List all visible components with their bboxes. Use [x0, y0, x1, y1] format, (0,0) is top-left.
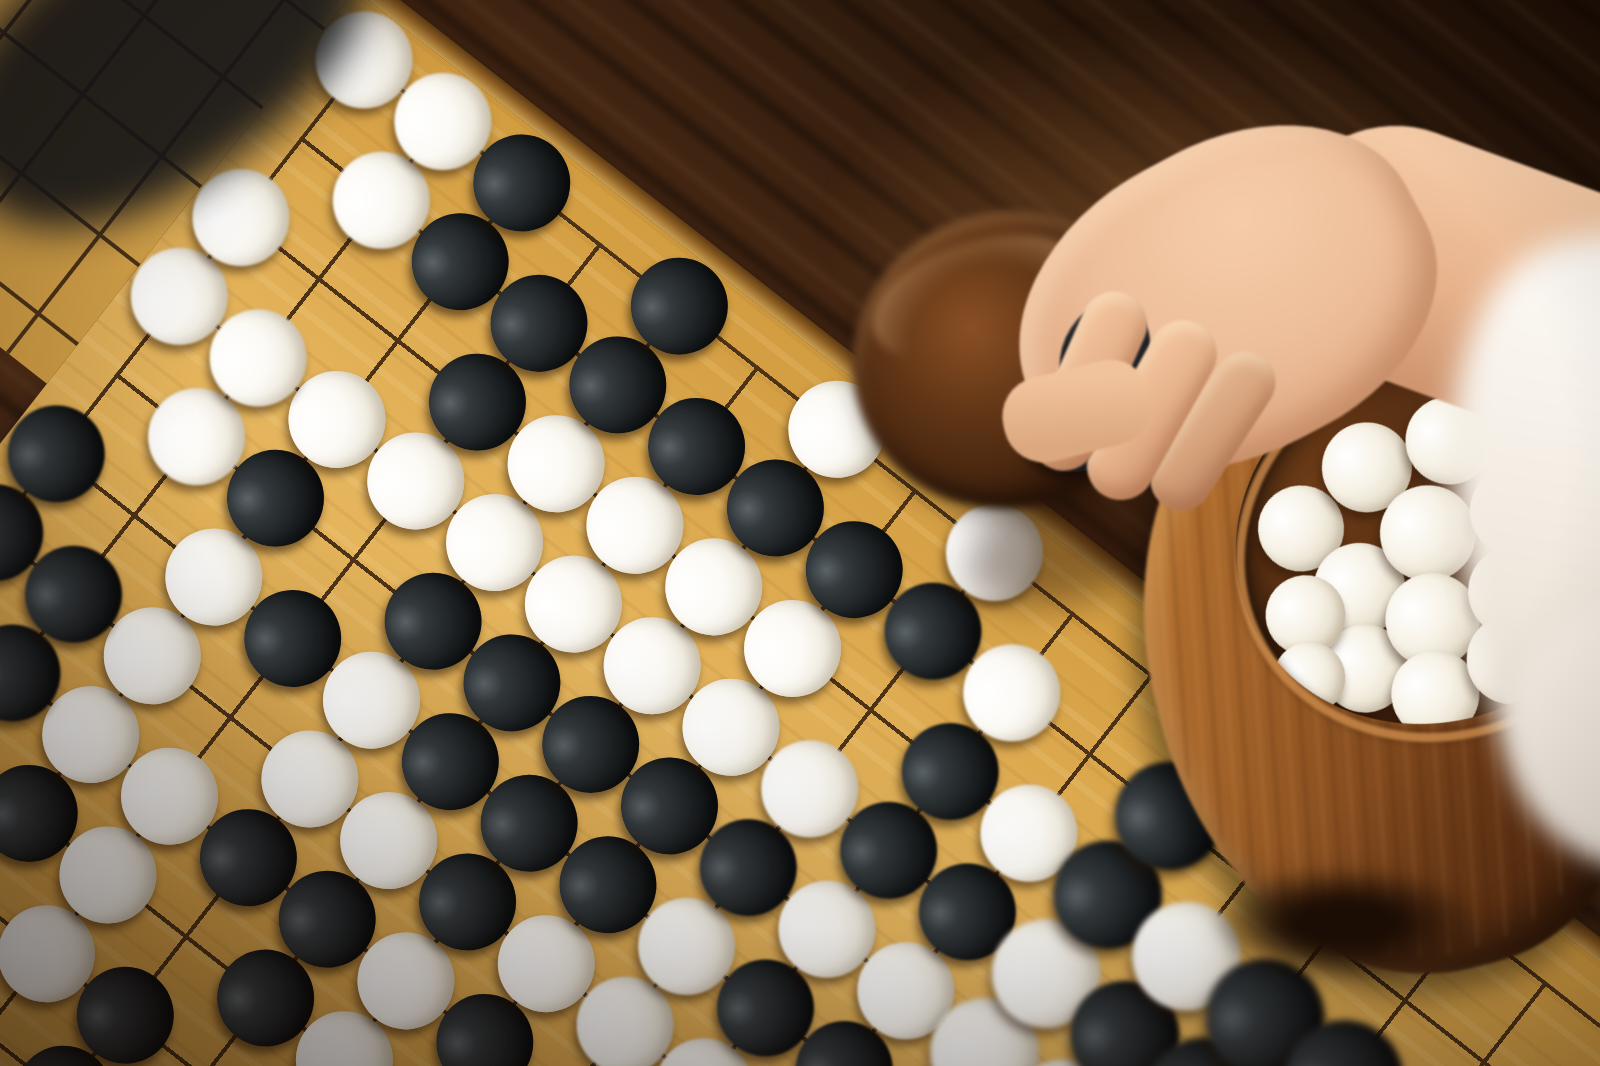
- bowl-base-shadow: [1215, 868, 1475, 978]
- go-game-photo: [0, 0, 1600, 1066]
